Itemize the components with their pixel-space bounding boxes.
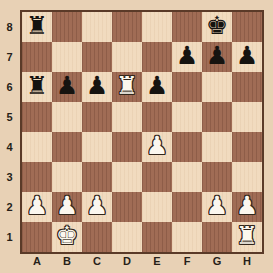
square-g1[interactable] <box>202 222 232 252</box>
square-d3[interactable] <box>112 162 142 192</box>
piece-black-pawn-g7[interactable]: ♟ <box>206 41 228 71</box>
piece-black-pawn-c6[interactable]: ♟ <box>86 71 108 101</box>
square-g8[interactable]: ♚ <box>202 12 232 42</box>
square-h4[interactable] <box>232 132 262 162</box>
square-e8[interactable] <box>142 12 172 42</box>
square-e3[interactable] <box>142 162 172 192</box>
rank-label-5: 5 <box>0 102 19 132</box>
square-e4[interactable]: ♟ <box>142 132 172 162</box>
file-label-d: D <box>112 255 142 267</box>
square-g3[interactable] <box>202 162 232 192</box>
square-h6[interactable] <box>232 72 262 102</box>
square-f7[interactable]: ♟ <box>172 42 202 72</box>
square-a1[interactable] <box>22 222 52 252</box>
square-g2[interactable]: ♟ <box>202 192 232 222</box>
square-f8[interactable] <box>172 12 202 42</box>
square-f6[interactable] <box>172 72 202 102</box>
square-a6[interactable]: ♜ <box>22 72 52 102</box>
piece-white-pawn-b2[interactable]: ♟ <box>56 191 78 221</box>
square-h2[interactable]: ♟ <box>232 192 262 222</box>
square-d4[interactable] <box>112 132 142 162</box>
square-b7[interactable] <box>52 42 82 72</box>
square-b5[interactable] <box>52 102 82 132</box>
file-label-b: B <box>52 255 82 267</box>
square-f1[interactable] <box>172 222 202 252</box>
square-d5[interactable] <box>112 102 142 132</box>
square-c8[interactable] <box>82 12 112 42</box>
piece-black-rook-a6[interactable]: ♜ <box>26 71 48 101</box>
square-e5[interactable] <box>142 102 172 132</box>
square-f2[interactable] <box>172 192 202 222</box>
file-label-f: F <box>172 255 202 267</box>
square-d7[interactable] <box>112 42 142 72</box>
piece-black-pawn-h7[interactable]: ♟ <box>236 41 258 71</box>
square-d8[interactable] <box>112 12 142 42</box>
square-e2[interactable] <box>142 192 172 222</box>
square-h5[interactable] <box>232 102 262 132</box>
square-b4[interactable] <box>52 132 82 162</box>
square-h7[interactable]: ♟ <box>232 42 262 72</box>
square-a4[interactable] <box>22 132 52 162</box>
square-a7[interactable] <box>22 42 52 72</box>
square-c1[interactable] <box>82 222 112 252</box>
square-c7[interactable] <box>82 42 112 72</box>
square-e1[interactable] <box>142 222 172 252</box>
rank-labels: 87654321 <box>0 12 19 252</box>
square-b8[interactable] <box>52 12 82 42</box>
square-h3[interactable] <box>232 162 262 192</box>
square-d6[interactable]: ♜ <box>112 72 142 102</box>
piece-black-pawn-b6[interactable]: ♟ <box>56 71 78 101</box>
square-c4[interactable] <box>82 132 112 162</box>
square-f5[interactable] <box>172 102 202 132</box>
rank-label-6: 6 <box>0 72 19 102</box>
square-a5[interactable] <box>22 102 52 132</box>
square-f4[interactable] <box>172 132 202 162</box>
board: ♜♚♟♟♟♜♟♟♜♟♟♟♟♟♟♟♚♜ <box>20 10 264 254</box>
square-h8[interactable] <box>232 12 262 42</box>
square-a3[interactable] <box>22 162 52 192</box>
square-e6[interactable]: ♟ <box>142 72 172 102</box>
square-c3[interactable] <box>82 162 112 192</box>
piece-white-pawn-h2[interactable]: ♟ <box>236 191 258 221</box>
piece-white-pawn-a2[interactable]: ♟ <box>26 191 48 221</box>
file-label-h: H <box>232 255 262 267</box>
file-label-a: A <box>22 255 52 267</box>
square-b3[interactable] <box>52 162 82 192</box>
rank-label-1: 1 <box>0 222 19 252</box>
square-c5[interactable] <box>82 102 112 132</box>
piece-white-pawn-e4[interactable]: ♟ <box>146 131 168 161</box>
piece-black-rook-a8[interactable]: ♜ <box>26 11 48 41</box>
file-label-g: G <box>202 255 232 267</box>
square-d2[interactable] <box>112 192 142 222</box>
rank-label-4: 4 <box>0 132 19 162</box>
piece-white-rook-d6[interactable]: ♜ <box>116 71 138 101</box>
file-label-c: C <box>82 255 112 267</box>
square-h1[interactable]: ♜ <box>232 222 262 252</box>
rank-label-3: 3 <box>0 162 19 192</box>
file-label-e: E <box>142 255 172 267</box>
piece-black-king-g8[interactable]: ♚ <box>206 11 228 41</box>
square-a2[interactable]: ♟ <box>22 192 52 222</box>
piece-white-king-b1[interactable]: ♚ <box>56 221 78 251</box>
square-g6[interactable] <box>202 72 232 102</box>
chessboard-screen: 87654321 ♜♚♟♟♟♜♟♟♜♟♟♟♟♟♟♟♚♜ ABCDEFGH <box>0 0 273 273</box>
square-b2[interactable]: ♟ <box>52 192 82 222</box>
rank-label-2: 2 <box>0 192 19 222</box>
square-g7[interactable]: ♟ <box>202 42 232 72</box>
rank-label-7: 7 <box>0 42 19 72</box>
square-g4[interactable] <box>202 132 232 162</box>
rank-label-8: 8 <box>0 12 19 42</box>
square-c2[interactable]: ♟ <box>82 192 112 222</box>
square-g5[interactable] <box>202 102 232 132</box>
file-labels: ABCDEFGH <box>22 255 262 267</box>
piece-white-rook-h1[interactable]: ♜ <box>236 221 258 251</box>
square-b1[interactable]: ♚ <box>52 222 82 252</box>
piece-white-pawn-g2[interactable]: ♟ <box>206 191 228 221</box>
square-d1[interactable] <box>112 222 142 252</box>
square-a8[interactable]: ♜ <box>22 12 52 42</box>
square-b6[interactable]: ♟ <box>52 72 82 102</box>
square-f3[interactable] <box>172 162 202 192</box>
piece-white-pawn-c2[interactable]: ♟ <box>86 191 108 221</box>
piece-black-pawn-f7[interactable]: ♟ <box>176 41 198 71</box>
square-e7[interactable] <box>142 42 172 72</box>
piece-black-pawn-e6[interactable]: ♟ <box>146 71 168 101</box>
square-c6[interactable]: ♟ <box>82 72 112 102</box>
